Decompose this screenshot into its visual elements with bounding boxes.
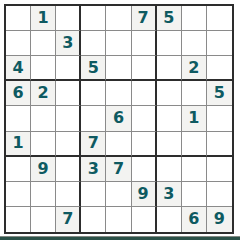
sudoku-cell-r3c7[interactable] (157, 56, 182, 81)
sudoku-cell-r8c5[interactable] (106, 182, 131, 207)
sudoku-cell-r3c3[interactable] (56, 56, 81, 81)
sudoku-cell-r1c3[interactable] (56, 6, 81, 31)
sudoku-cell-r1c4[interactable] (81, 6, 106, 31)
sudoku-cell-r8c1[interactable] (6, 182, 31, 207)
sudoku-cell-r8c8[interactable] (182, 182, 207, 207)
sudoku-cell-r2c1[interactable] (6, 31, 31, 56)
sudoku-cell-r6c1[interactable]: 1 (6, 132, 31, 157)
sudoku-cell-r1c7[interactable]: 5 (157, 6, 182, 31)
sudoku-cell-r7c1[interactable] (6, 157, 31, 182)
sudoku-cell-r1c8[interactable] (182, 6, 207, 31)
sudoku-cell-r5c2[interactable] (31, 106, 56, 131)
sudoku-cell-r3c2[interactable] (31, 56, 56, 81)
sudoku-cell-r7c6[interactable] (132, 157, 157, 182)
sudoku-cell-r7c3[interactable] (56, 157, 81, 182)
sudoku-cell-r4c3[interactable] (56, 81, 81, 106)
bottom-strip (0, 236, 240, 240)
sudoku-cell-r7c2[interactable]: 9 (31, 157, 56, 182)
sudoku-cell-r5c3[interactable] (56, 106, 81, 131)
sudoku-cell-r9c7[interactable] (157, 207, 182, 232)
sudoku-cell-r8c6[interactable]: 9 (132, 182, 157, 207)
sudoku-cell-r7c7[interactable] (157, 157, 182, 182)
sudoku-cell-r6c9[interactable] (207, 132, 232, 157)
sudoku-cell-r6c2[interactable] (31, 132, 56, 157)
sudoku-cell-r6c7[interactable] (157, 132, 182, 157)
sudoku-cell-r2c5[interactable] (106, 31, 131, 56)
sudoku-cell-r6c8[interactable] (182, 132, 207, 157)
sudoku-cell-r3c9[interactable] (207, 56, 232, 81)
sudoku-cell-r2c3[interactable]: 3 (56, 31, 81, 56)
sudoku-screenshot: 1753452625611793793769 (0, 0, 240, 240)
sudoku-cell-r9c5[interactable] (106, 207, 131, 232)
sudoku-cell-r4c4[interactable] (81, 81, 106, 106)
sudoku-board: 1753452625611793793769 (4, 4, 234, 234)
sudoku-cell-r4c7[interactable] (157, 81, 182, 106)
sudoku-cell-r4c8[interactable] (182, 81, 207, 106)
sudoku-cell-r2c6[interactable] (132, 31, 157, 56)
sudoku-cell-r1c1[interactable] (6, 6, 31, 31)
sudoku-cell-r7c5[interactable]: 7 (106, 157, 131, 182)
sudoku-cell-r7c4[interactable]: 3 (81, 157, 106, 182)
sudoku-cell-r1c6[interactable]: 7 (132, 6, 157, 31)
sudoku-cell-r9c4[interactable] (81, 207, 106, 232)
sudoku-cell-r6c4[interactable]: 7 (81, 132, 106, 157)
sudoku-cell-r8c2[interactable] (31, 182, 56, 207)
sudoku-cell-r5c5[interactable]: 6 (106, 106, 131, 131)
sudoku-cell-r3c5[interactable] (106, 56, 131, 81)
sudoku-cell-r4c1[interactable]: 6 (6, 81, 31, 106)
sudoku-cell-r9c9[interactable]: 9 (207, 207, 232, 232)
sudoku-cell-r9c8[interactable]: 6 (182, 207, 207, 232)
sudoku-cell-r9c1[interactable] (6, 207, 31, 232)
sudoku-cell-r4c9[interactable]: 5 (207, 81, 232, 106)
sudoku-cell-r5c8[interactable]: 1 (182, 106, 207, 131)
sudoku-cell-r7c8[interactable] (182, 157, 207, 182)
sudoku-cell-r1c9[interactable] (207, 6, 232, 31)
sudoku-cell-r7c9[interactable] (207, 157, 232, 182)
sudoku-cell-r5c7[interactable] (157, 106, 182, 131)
sudoku-cell-r2c2[interactable] (31, 31, 56, 56)
sudoku-cell-r5c6[interactable] (132, 106, 157, 131)
sudoku-cell-r3c8[interactable]: 2 (182, 56, 207, 81)
sudoku-cell-r3c4[interactable]: 5 (81, 56, 106, 81)
sudoku-cell-r8c3[interactable] (56, 182, 81, 207)
sudoku-cell-r4c6[interactable] (132, 81, 157, 106)
sudoku-cell-r1c5[interactable] (106, 6, 131, 31)
sudoku-cell-r4c5[interactable] (106, 81, 131, 106)
sudoku-cell-r6c3[interactable] (56, 132, 81, 157)
sudoku-cell-r5c1[interactable] (6, 106, 31, 131)
sudoku-cell-r3c1[interactable]: 4 (6, 56, 31, 81)
sudoku-cell-r8c9[interactable] (207, 182, 232, 207)
sudoku-cell-r5c9[interactable] (207, 106, 232, 131)
sudoku-cell-r5c4[interactable] (81, 106, 106, 131)
sudoku-cell-r3c6[interactable] (132, 56, 157, 81)
sudoku-cell-r6c5[interactable] (106, 132, 131, 157)
sudoku-cell-r9c3[interactable]: 7 (56, 207, 81, 232)
sudoku-cell-r2c8[interactable] (182, 31, 207, 56)
sudoku-cell-r8c7[interactable]: 3 (157, 182, 182, 207)
sudoku-cell-r2c4[interactable] (81, 31, 106, 56)
sudoku-cell-r1c2[interactable]: 1 (31, 6, 56, 31)
sudoku-cell-r2c9[interactable] (207, 31, 232, 56)
sudoku-cell-r9c6[interactable] (132, 207, 157, 232)
sudoku-cell-r4c2[interactable]: 2 (31, 81, 56, 106)
sudoku-cell-r8c4[interactable] (81, 182, 106, 207)
sudoku-cell-r9c2[interactable] (31, 207, 56, 232)
sudoku-cell-r6c6[interactable] (132, 132, 157, 157)
sudoku-cell-r2c7[interactable] (157, 31, 182, 56)
